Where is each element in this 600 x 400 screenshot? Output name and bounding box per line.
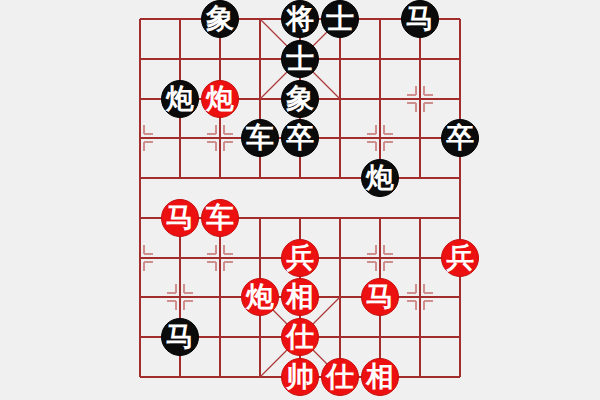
piece-black-advisor[interactable]: 士 [281, 40, 319, 78]
piece-black-elephant[interactable]: 象 [281, 80, 319, 118]
piece-red-chariot[interactable]: 车 [201, 199, 239, 237]
piece-black-advisor[interactable]: 士 [321, 0, 359, 38]
piece-black-cannon[interactable]: 炮 [361, 159, 399, 197]
piece-black-general[interactable]: 将 [281, 0, 319, 38]
piece-red-advisor[interactable]: 仕 [281, 318, 319, 356]
piece-red-soldier[interactable]: 兵 [281, 239, 319, 277]
xiangqi-board: 象将士马士炮炮象车卒卒炮马车兵兵炮相马马仕帅仕相 [0, 0, 600, 400]
piece-black-chariot[interactable]: 车 [241, 119, 279, 157]
piece-black-soldier[interactable]: 卒 [441, 119, 479, 157]
piece-red-horse[interactable]: 马 [161, 199, 199, 237]
piece-black-horse[interactable]: 马 [401, 0, 439, 38]
piece-red-cannon[interactable]: 炮 [241, 278, 279, 316]
piece-black-cannon[interactable]: 炮 [161, 80, 199, 118]
piece-red-cannon[interactable]: 炮 [201, 80, 239, 118]
piece-red-elephant[interactable]: 相 [361, 358, 399, 396]
piece-red-soldier[interactable]: 兵 [441, 239, 479, 277]
piece-red-elephant[interactable]: 相 [281, 278, 319, 316]
piece-black-elephant[interactable]: 象 [201, 0, 239, 38]
piece-black-horse[interactable]: 马 [161, 318, 199, 356]
piece-red-general[interactable]: 帅 [281, 358, 319, 396]
piece-red-horse[interactable]: 马 [361, 278, 399, 316]
piece-red-advisor[interactable]: 仕 [321, 358, 359, 396]
piece-black-soldier[interactable]: 卒 [281, 119, 319, 157]
